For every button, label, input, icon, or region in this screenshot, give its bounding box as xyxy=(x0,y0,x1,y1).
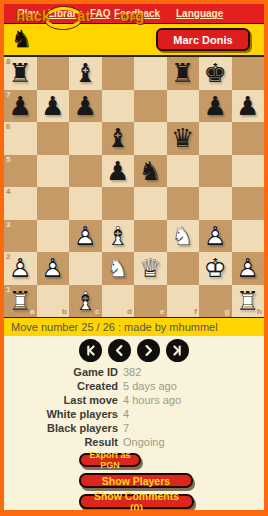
info-value: Ongoing xyxy=(123,436,264,448)
square-d4[interactable] xyxy=(102,187,135,220)
square-h8[interactable] xyxy=(232,57,265,90)
square-h1[interactable]: h♜♖ xyxy=(232,285,265,318)
skip-to-start-icon xyxy=(83,343,98,358)
file-label: d xyxy=(127,308,132,316)
chevron-left-icon xyxy=(112,343,127,358)
piece-black-pawn: ♟ xyxy=(102,155,135,188)
piece-white-pawn: ♟♙ xyxy=(37,252,70,285)
square-b5[interactable] xyxy=(37,155,70,188)
info-row-result: Result Ongoing xyxy=(4,435,264,449)
square-e6[interactable] xyxy=(134,122,167,155)
nav-link-language[interactable]: Language xyxy=(176,8,223,19)
rank-label: 4 xyxy=(6,188,10,196)
square-h4[interactable] xyxy=(232,187,265,220)
export-pgn-button[interactable]: Export as PGN xyxy=(79,453,141,467)
square-f1[interactable]: f xyxy=(167,285,200,318)
info-value: 7 xyxy=(123,422,264,434)
square-c1[interactable]: c♝♗ xyxy=(69,285,102,318)
info-label: White players xyxy=(4,408,118,420)
info-row-created: Created 5 days ago xyxy=(4,379,264,393)
file-label: f xyxy=(194,308,197,316)
info-value: 5 days ago xyxy=(123,380,264,392)
file-label: b xyxy=(62,308,67,316)
file-label: h xyxy=(257,308,262,316)
rank-label: 7 xyxy=(6,91,10,99)
square-f8[interactable]: ♜ xyxy=(167,57,200,90)
square-d7[interactable] xyxy=(102,90,135,123)
app-window: hack at org Play Library FAQ Feedback La… xyxy=(0,0,268,516)
file-label: a xyxy=(30,308,34,316)
piece-white-rook: ♜♖ xyxy=(4,285,37,318)
square-b3[interactable] xyxy=(37,220,70,253)
piece-black-pawn: ♟ xyxy=(37,90,70,123)
nav-link-feedback[interactable]: Feedback xyxy=(114,8,160,19)
square-c5[interactable] xyxy=(69,155,102,188)
piece-white-knight: ♞♘ xyxy=(167,220,200,253)
info-value: 4 hours ago xyxy=(123,394,264,406)
square-d3[interactable]: ♝♗ xyxy=(102,220,135,253)
piece-white-knight: ♞♘ xyxy=(102,252,135,285)
square-d2[interactable]: ♞♘ xyxy=(102,252,135,285)
info-label: Game ID xyxy=(4,366,118,378)
piece-black-rook: ♜ xyxy=(4,57,37,90)
piece-black-bishop: ♝ xyxy=(102,122,135,155)
square-g2[interactable]: ♚♔ xyxy=(199,252,232,285)
piece-white-pawn: ♟♙ xyxy=(199,220,232,253)
square-g8[interactable]: ♚ xyxy=(199,57,232,90)
chevron-right-icon xyxy=(141,343,156,358)
rank-label: 6 xyxy=(6,123,10,131)
square-e3[interactable] xyxy=(134,220,167,253)
show-comments-button[interactable]: Show Comments (0) xyxy=(79,494,194,509)
square-b8[interactable] xyxy=(37,57,70,90)
file-label: g xyxy=(225,308,230,316)
piece-white-rook: ♜♖ xyxy=(232,285,265,318)
square-c2[interactable] xyxy=(69,252,102,285)
rank-label: 1 xyxy=(6,286,10,294)
piece-black-king: ♚ xyxy=(199,57,232,90)
piece-white-pawn: ♟♙ xyxy=(4,252,37,285)
show-players-button[interactable]: Show Players xyxy=(79,473,193,488)
file-label: c xyxy=(95,308,99,316)
square-h7[interactable]: ♟ xyxy=(232,90,265,123)
piece-black-bishop: ♝ xyxy=(69,57,102,90)
square-h6[interactable] xyxy=(232,122,265,155)
rank-label: 8 xyxy=(6,58,10,66)
square-e5[interactable]: ♞ xyxy=(134,155,167,188)
square-c8[interactable]: ♝ xyxy=(69,57,102,90)
square-d8[interactable] xyxy=(102,57,135,90)
square-f3[interactable]: ♞♘ xyxy=(167,220,200,253)
piece-black-knight: ♞ xyxy=(134,155,167,188)
piece-white-bishop: ♝♗ xyxy=(69,285,102,318)
square-f5[interactable] xyxy=(167,155,200,188)
info-row-white-players: White players 4 xyxy=(4,407,264,421)
square-c7[interactable]: ♟ xyxy=(69,90,102,123)
last-move-button[interactable] xyxy=(166,339,189,362)
piece-white-bishop: ♝♗ xyxy=(102,220,135,253)
info-row-last-move: Last move 4 hours ago xyxy=(4,393,264,407)
nav-link-faq[interactable]: FAQ xyxy=(90,8,111,19)
header-bar: ♞ Marc Donis xyxy=(4,24,264,56)
move-status-bar: Move number 25 / 26 : made by mhummel xyxy=(4,318,264,336)
square-e2[interactable]: ♛♕ xyxy=(134,252,167,285)
square-a2[interactable]: 2♟♙ xyxy=(4,252,37,285)
square-g5[interactable] xyxy=(199,155,232,188)
square-g1[interactable]: g xyxy=(199,285,232,318)
square-b1[interactable]: b xyxy=(37,285,70,318)
info-value: 382 xyxy=(123,366,264,378)
user-button[interactable]: Marc Donis xyxy=(156,28,250,51)
square-g3[interactable]: ♟♙ xyxy=(199,220,232,253)
previous-move-button[interactable] xyxy=(108,339,131,362)
square-a8[interactable]: 8♜ xyxy=(4,57,37,90)
square-g6[interactable] xyxy=(199,122,232,155)
square-c3[interactable]: ♟♙ xyxy=(69,220,102,253)
game-info-list: Game ID 382 Created 5 days ago Last move… xyxy=(4,365,264,449)
square-f4[interactable] xyxy=(167,187,200,220)
nav-link-play[interactable]: Play xyxy=(18,8,39,19)
action-buttons: Export as PGN Show Players Show Comments… xyxy=(79,453,264,509)
rank-label: 2 xyxy=(6,253,10,261)
square-c4[interactable] xyxy=(69,187,102,220)
square-a4[interactable]: 4 xyxy=(4,187,37,220)
square-c6[interactable] xyxy=(69,122,102,155)
square-b7[interactable]: ♟ xyxy=(37,90,70,123)
info-value: 4 xyxy=(123,408,264,420)
square-e1[interactable]: e xyxy=(134,285,167,318)
piece-white-queen: ♛♕ xyxy=(134,252,167,285)
square-e4[interactable] xyxy=(134,187,167,220)
move-controls xyxy=(4,339,264,362)
piece-white-pawn: ♟♙ xyxy=(232,252,265,285)
info-label: Result xyxy=(4,436,118,448)
nav-link-library[interactable]: Library xyxy=(48,8,82,19)
square-d5[interactable]: ♟ xyxy=(102,155,135,188)
rank-label: 5 xyxy=(6,156,10,164)
move-status-text: Move number 25 / 26 : made by mhummel xyxy=(11,321,218,333)
piece-black-pawn: ♟ xyxy=(232,90,265,123)
rank-label: 3 xyxy=(6,221,10,229)
square-b4[interactable] xyxy=(37,187,70,220)
info-label: Last move xyxy=(4,394,118,406)
square-h5[interactable] xyxy=(232,155,265,188)
top-nav: Play Library FAQ Feedback Language xyxy=(4,4,264,24)
piece-black-pawn: ♟ xyxy=(69,90,102,123)
square-f6[interactable]: ♛ xyxy=(167,122,200,155)
square-f7[interactable] xyxy=(167,90,200,123)
info-row-black-players: Black players 7 xyxy=(4,421,264,435)
square-e7[interactable] xyxy=(134,90,167,123)
first-move-button[interactable] xyxy=(79,339,102,362)
square-h3[interactable] xyxy=(232,220,265,253)
square-e8[interactable] xyxy=(134,57,167,90)
square-h2[interactable]: ♟♙ xyxy=(232,252,265,285)
piece-white-pawn: ♟♙ xyxy=(69,220,102,253)
skip-to-end-icon xyxy=(170,343,185,358)
next-move-button[interactable] xyxy=(137,339,160,362)
square-d1[interactable]: d xyxy=(102,285,135,318)
chess-board: 8♜♝♜♚7♟♟♟♟♟6♝♛5♟♞43♟♙♝♗♞♘♟♙2♟♙♟♙♞♘♛♕♚♔♟♙… xyxy=(4,56,264,318)
square-g7[interactable]: ♟ xyxy=(199,90,232,123)
square-a7[interactable]: 7♟ xyxy=(4,90,37,123)
square-a5[interactable]: 5 xyxy=(4,155,37,188)
piece-black-pawn: ♟ xyxy=(4,90,37,123)
piece-black-rook: ♜ xyxy=(167,57,200,90)
piece-black-queen: ♛ xyxy=(167,122,200,155)
info-row-game-id: Game ID 382 xyxy=(4,365,264,379)
info-label: Created xyxy=(4,380,118,392)
piece-white-king: ♚♔ xyxy=(199,252,232,285)
square-d6[interactable]: ♝ xyxy=(102,122,135,155)
square-f2[interactable] xyxy=(167,252,200,285)
piece-black-pawn: ♟ xyxy=(199,90,232,123)
square-g4[interactable] xyxy=(199,187,232,220)
info-label: Black players xyxy=(4,422,118,434)
square-a3[interactable]: 3 xyxy=(4,220,37,253)
square-b6[interactable] xyxy=(37,122,70,155)
square-a1[interactable]: 1a♜♖ xyxy=(4,285,37,318)
file-label: e xyxy=(160,308,164,316)
knight-logo-icon[interactable]: ♞ xyxy=(11,25,33,53)
square-a6[interactable]: 6 xyxy=(4,122,37,155)
square-b2[interactable]: ♟♙ xyxy=(37,252,70,285)
